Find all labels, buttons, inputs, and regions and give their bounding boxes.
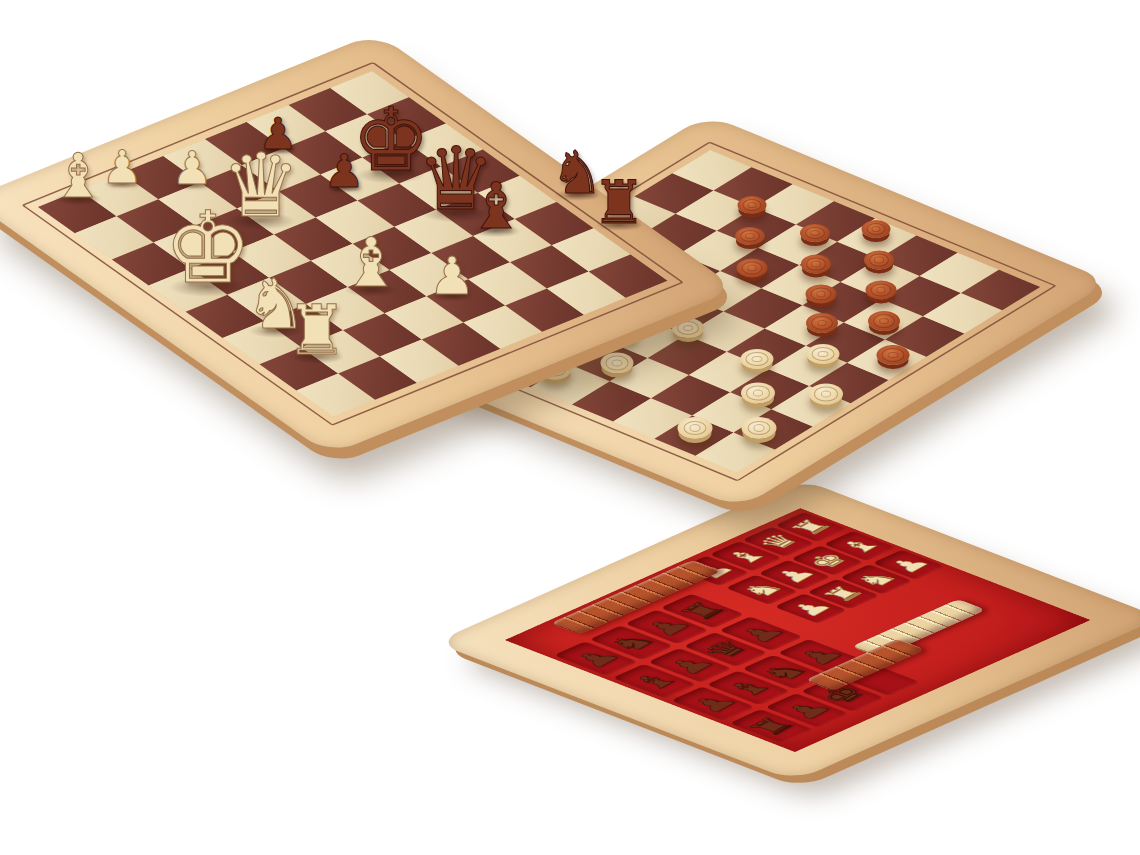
chess-board bbox=[38, 71, 667, 417]
wooden-chess-checkers-set-photo: ♟♞♟♜♝♟♛♟♟♝♞♟♜♟♚♟♝♛♜♞♟♚♝♟♜♞♟ ♝♟♟♛♚♞♜♝♟♟♟♚… bbox=[0, 0, 1140, 855]
storage-box-felt-tray: ♟♞♟♜♝♟♛♟♟♝♞♟♜♟♚♟♝♛♜♞♟♚♝♟♜♞♟ bbox=[505, 508, 1090, 752]
storage-box: ♟♞♟♜♝♟♛♟♟♝♞♟♜♟♚♟♝♛♜♞♟♚♝♟♜♞♟ bbox=[505, 508, 1090, 752]
